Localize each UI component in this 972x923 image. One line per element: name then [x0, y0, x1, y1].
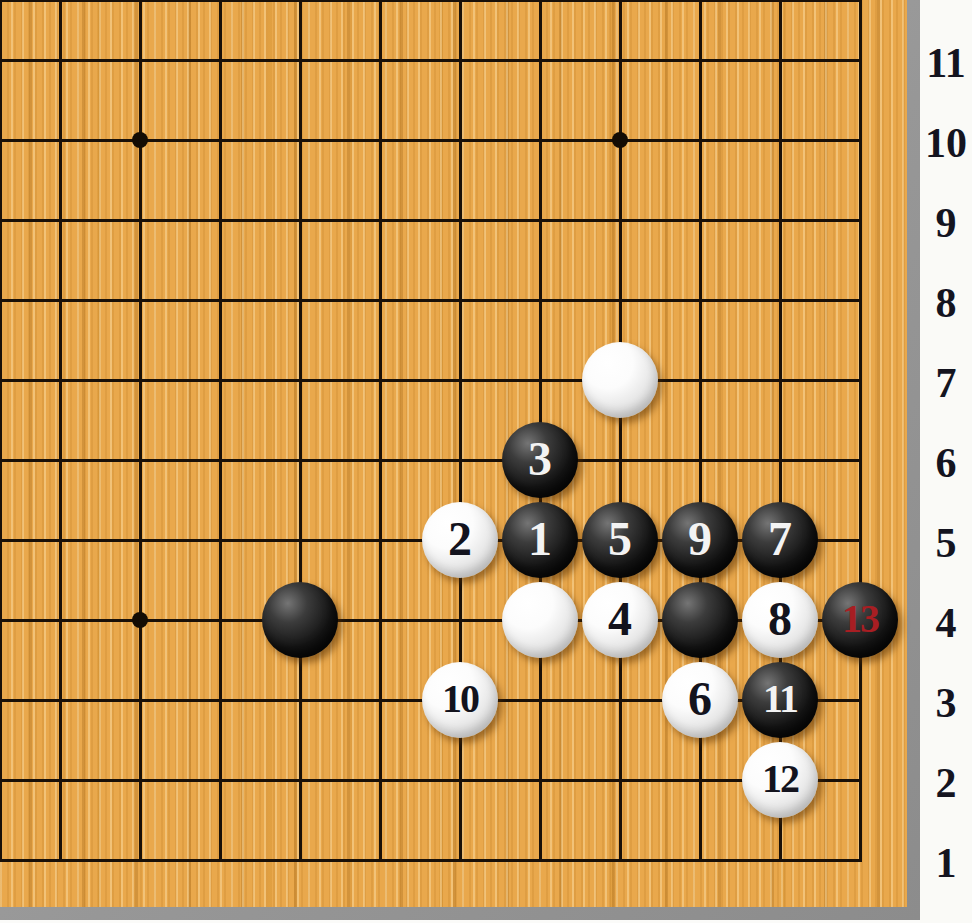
grid-line-vertical — [619, 0, 622, 862]
row-label-8: 8 — [920, 279, 972, 327]
stone-black-move-3[interactable]: 3 — [502, 422, 578, 498]
grid-line-horizontal — [0, 379, 862, 382]
grid-line-horizontal — [0, 459, 862, 462]
grid-line-vertical — [859, 0, 862, 862]
stone-white-move-6[interactable]: 6 — [662, 662, 738, 738]
move-number: 8 — [768, 595, 792, 643]
move-number: 9 — [688, 515, 712, 563]
row-label-9: 9 — [920, 199, 972, 247]
star-point — [132, 132, 148, 148]
move-number: 10 — [442, 679, 478, 719]
row-label-4: 4 — [920, 599, 972, 647]
stone-white-setup[interactable] — [582, 342, 658, 418]
stone-white-move-4[interactable]: 4 — [582, 582, 658, 658]
row-label-1: 1 — [920, 839, 972, 887]
row-label-6: 6 — [920, 439, 972, 487]
row-label-11: 11 — [920, 39, 972, 87]
grid-line-horizontal — [0, 219, 862, 222]
stone-black-setup[interactable] — [262, 582, 338, 658]
grid-line-vertical — [139, 0, 142, 862]
stone-white-move-10[interactable]: 10 — [422, 662, 498, 738]
coordinate-margin: 1110987654321 — [920, 0, 972, 923]
row-label-3: 3 — [920, 679, 972, 727]
move-number: 6 — [688, 675, 712, 723]
stone-white-move-12[interactable]: 12 — [742, 742, 818, 818]
grid-line-horizontal — [0, 779, 862, 782]
star-point — [612, 132, 628, 148]
stone-black-move-1[interactable]: 1 — [502, 502, 578, 578]
stone-black-move-13[interactable]: 13 — [822, 582, 898, 658]
row-label-7: 7 — [920, 359, 972, 407]
grid-line-horizontal — [0, 299, 862, 302]
grid-line-horizontal — [0, 139, 862, 142]
move-number: 1 — [528, 515, 552, 563]
move-number: 12 — [762, 759, 798, 799]
stone-black-move-9[interactable]: 9 — [662, 502, 738, 578]
grid-line-horizontal — [0, 859, 862, 862]
grid-line-vertical — [299, 0, 302, 862]
stone-white-move-2[interactable]: 2 — [422, 502, 498, 578]
move-number: 11 — [763, 679, 797, 719]
move-number: 5 — [608, 515, 632, 563]
stone-black-move-7[interactable]: 7 — [742, 502, 818, 578]
grid-line-horizontal — [0, 0, 862, 2]
stone-black-move-11[interactable]: 11 — [742, 662, 818, 738]
go-board[interactable]: 32159748131061112 — [0, 0, 907, 907]
row-label-10: 10 — [920, 119, 972, 167]
star-point — [132, 612, 148, 628]
go-diagram: 32159748131061112 1110987654321 — [0, 0, 972, 923]
move-number: 13 — [842, 599, 878, 639]
stone-black-move-5[interactable]: 5 — [582, 502, 658, 578]
move-number: 3 — [528, 435, 552, 483]
move-number: 4 — [608, 595, 632, 643]
stone-black-setup[interactable] — [662, 582, 738, 658]
grid-line-vertical — [219, 0, 222, 862]
grid-line-vertical — [59, 0, 62, 862]
stone-white-setup[interactable] — [502, 582, 578, 658]
grid-line-horizontal — [0, 59, 862, 62]
move-number: 7 — [768, 515, 792, 563]
move-number: 2 — [448, 515, 472, 563]
row-label-2: 2 — [920, 759, 972, 807]
grid-line-vertical — [0, 0, 2, 862]
grid-line-vertical — [379, 0, 382, 862]
row-label-5: 5 — [920, 519, 972, 567]
stone-white-move-8[interactable]: 8 — [742, 582, 818, 658]
